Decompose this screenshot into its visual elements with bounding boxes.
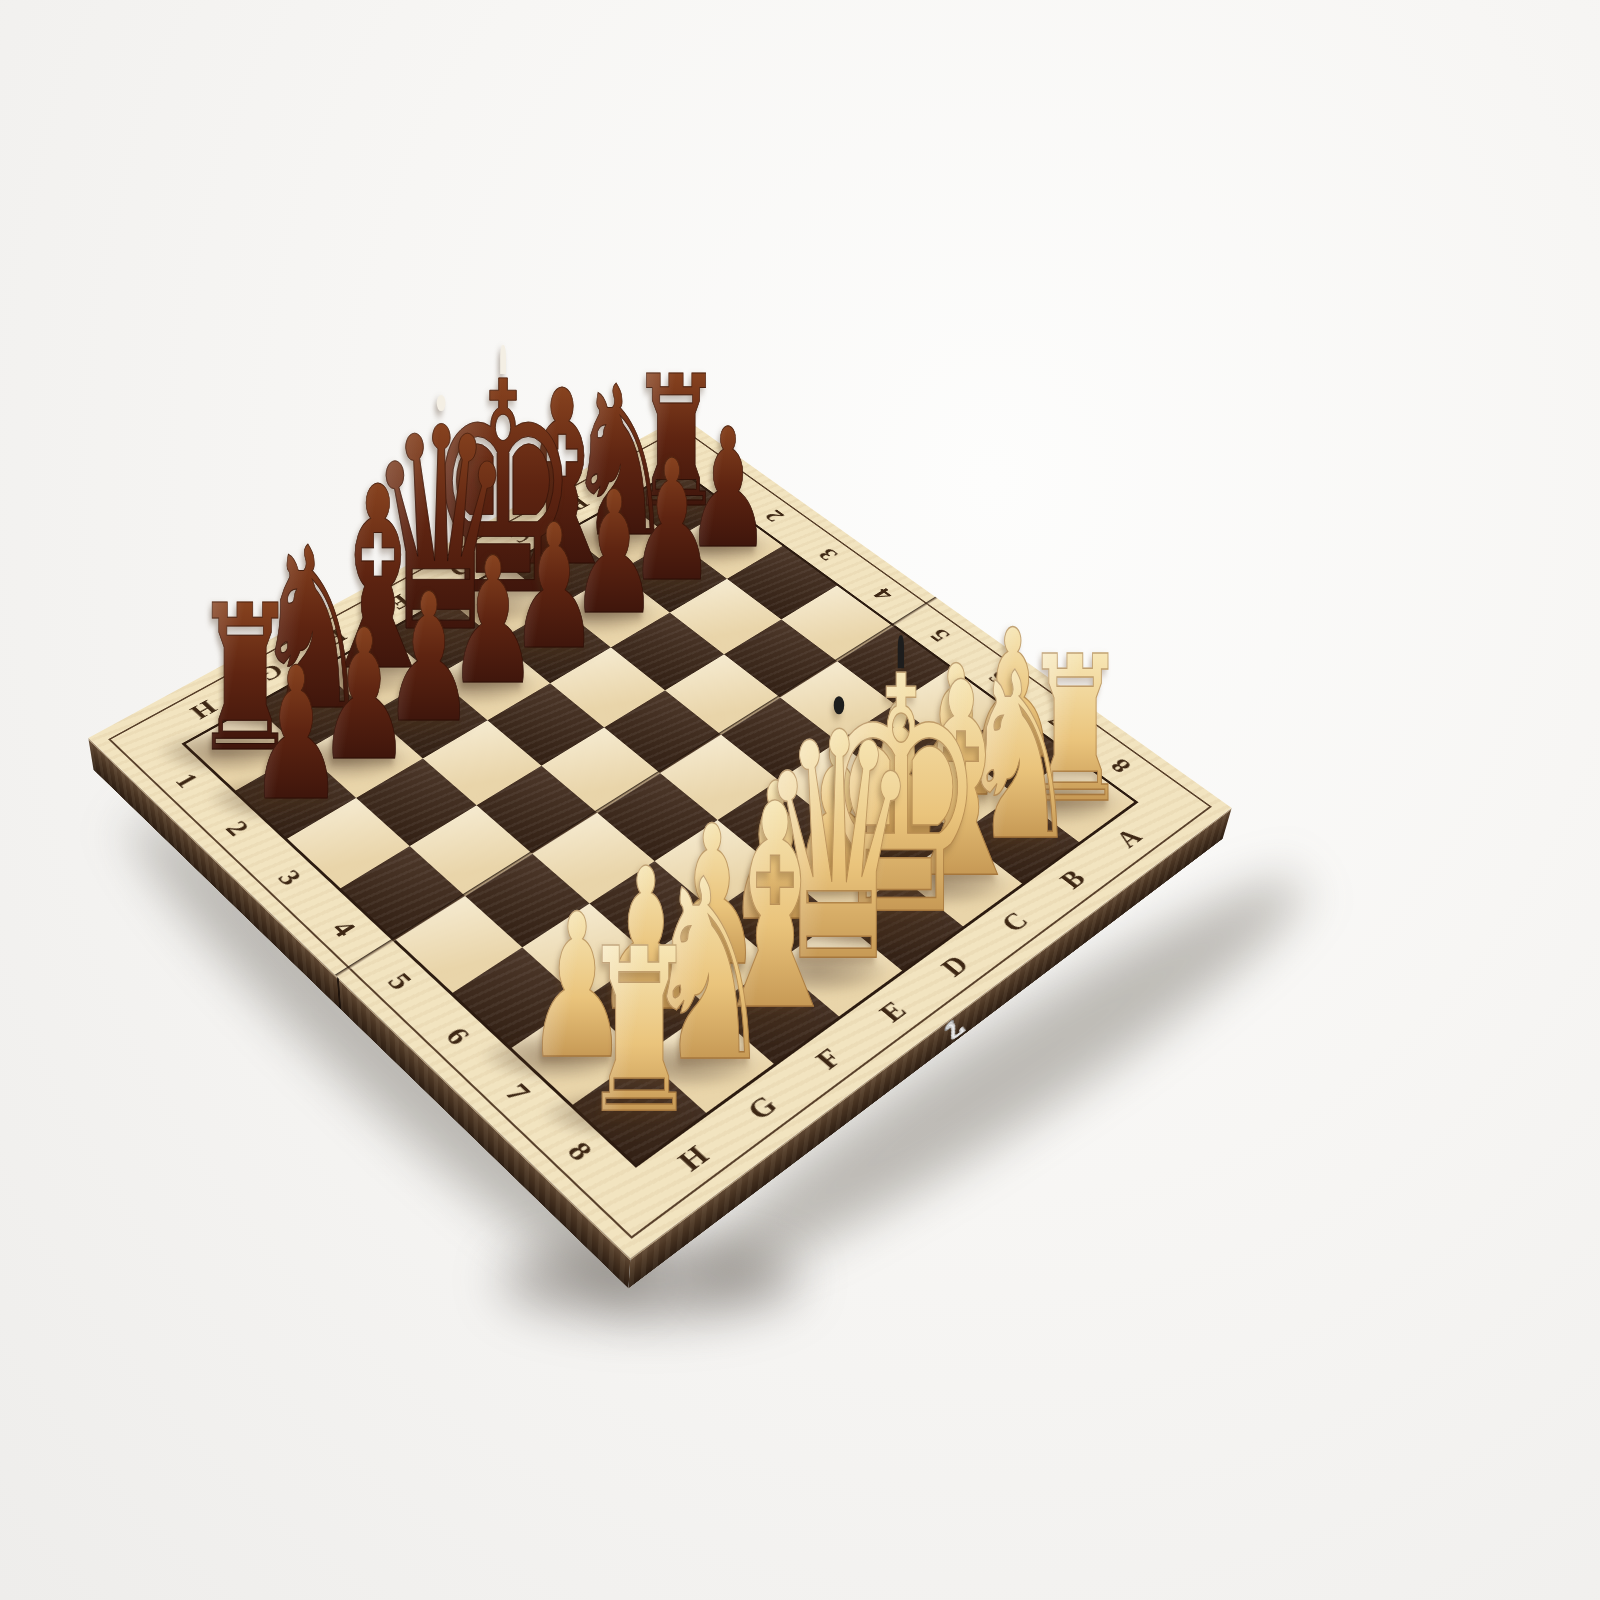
pieces-overlay: ♜♞♟♝♟♚♟♛♟♝♟♞♟♜♟♟♟♟♜♟♞♟♝♟♚♟♛♟♝♟♞♜ xyxy=(0,0,1600,1600)
white-finial-tip xyxy=(437,395,446,410)
black-finial-tip xyxy=(834,697,844,714)
black-finial-tip xyxy=(897,635,904,668)
piece-dark-pawn-h2[interactable]: ♟ xyxy=(248,643,343,826)
piece-light-rook-h8[interactable]: ♜ xyxy=(581,919,699,1145)
product-photo-scene: { "game": "chess", "scene": { "descripti… xyxy=(0,0,1600,1600)
